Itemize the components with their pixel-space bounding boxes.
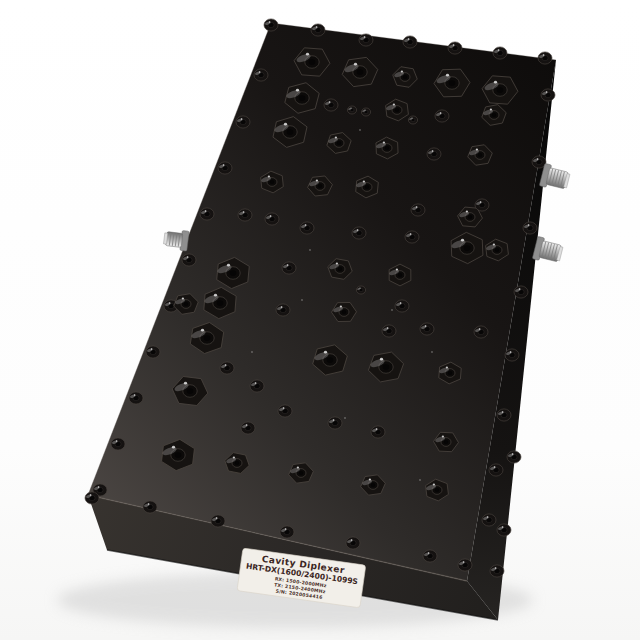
product-photo: Cavity Diplexer HRT-DX(1600/2400)-1099S … bbox=[0, 0, 640, 640]
screw-head bbox=[482, 514, 496, 526]
screw-head bbox=[405, 231, 419, 243]
screw-head bbox=[497, 524, 511, 536]
screw-head bbox=[347, 106, 356, 114]
screw-head bbox=[395, 300, 409, 312]
screw-head bbox=[264, 19, 278, 31]
screw-head bbox=[411, 204, 425, 216]
screw-head bbox=[538, 52, 552, 64]
screw-head bbox=[458, 559, 472, 571]
screw-head bbox=[408, 116, 417, 124]
screw-head bbox=[361, 108, 370, 116]
dust-speck bbox=[344, 417, 346, 419]
screw-head bbox=[352, 227, 366, 239]
screw-head bbox=[489, 464, 503, 476]
dust-speck bbox=[251, 351, 253, 353]
screw-head bbox=[220, 362, 234, 374]
screw-head bbox=[182, 254, 196, 266]
screw-head bbox=[280, 526, 294, 538]
screw-head bbox=[435, 110, 449, 122]
screw-head bbox=[238, 209, 252, 221]
screw-head bbox=[143, 501, 157, 513]
screw-head bbox=[85, 492, 99, 504]
screw-head bbox=[146, 346, 160, 358]
screw-head bbox=[493, 47, 507, 59]
screw-head bbox=[282, 262, 296, 274]
dust-speck bbox=[391, 309, 393, 311]
screw-head bbox=[448, 42, 462, 54]
screw-head bbox=[129, 392, 143, 404]
screw-head bbox=[474, 326, 488, 338]
sma-connector-right-top bbox=[539, 163, 571, 192]
screw-head bbox=[265, 213, 279, 225]
screw-head bbox=[218, 162, 232, 174]
dust-speck bbox=[359, 129, 361, 131]
screw-head bbox=[356, 286, 365, 294]
dust-speck bbox=[419, 479, 421, 481]
screw-head bbox=[382, 325, 396, 337]
screw-head bbox=[236, 116, 250, 128]
screw-head bbox=[420, 323, 434, 335]
screw-head bbox=[328, 417, 342, 429]
screw-head bbox=[276, 304, 290, 316]
screw-head bbox=[346, 537, 360, 549]
screw-head bbox=[250, 380, 264, 392]
screw-head bbox=[505, 349, 519, 361]
screw-head bbox=[541, 89, 555, 101]
screw-head bbox=[211, 515, 225, 527]
screw-head bbox=[359, 34, 373, 46]
screw-head bbox=[490, 565, 504, 577]
screw-head bbox=[300, 222, 314, 234]
screw-head bbox=[254, 69, 268, 81]
screw-head bbox=[523, 222, 537, 234]
screw-head bbox=[507, 451, 521, 463]
screw-head bbox=[200, 208, 214, 220]
screw-head bbox=[311, 24, 325, 36]
screw-head bbox=[423, 550, 437, 562]
screw-head bbox=[371, 426, 385, 438]
dust-speck bbox=[431, 351, 433, 353]
screw-head bbox=[497, 409, 511, 421]
sma-connector-left bbox=[163, 228, 189, 251]
screw-head bbox=[111, 438, 125, 450]
diplexer-illustration: Cavity Diplexer HRT-DX(1600/2400)-1099S … bbox=[0, 0, 640, 640]
screw-head bbox=[427, 148, 441, 160]
sma-connector-right-bottom bbox=[532, 236, 564, 265]
screw-head bbox=[241, 422, 255, 434]
dust-speck bbox=[309, 249, 311, 251]
screw-head bbox=[324, 99, 338, 111]
dust-speck bbox=[301, 299, 303, 301]
screw-head bbox=[278, 405, 292, 417]
screw-head bbox=[475, 199, 489, 211]
screw-head bbox=[403, 36, 417, 48]
screw-head bbox=[514, 286, 528, 298]
